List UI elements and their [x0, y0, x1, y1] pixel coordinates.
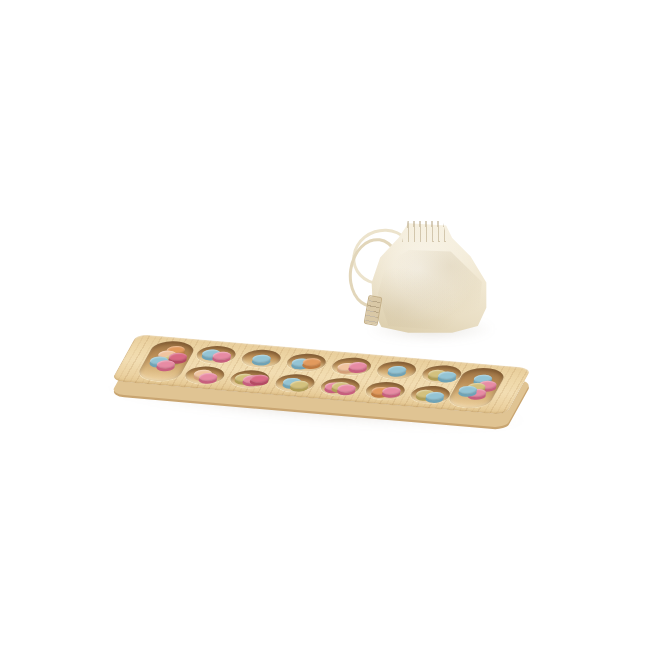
product-photo-stage	[0, 0, 660, 660]
bag-cinched-pleats	[402, 221, 448, 242]
